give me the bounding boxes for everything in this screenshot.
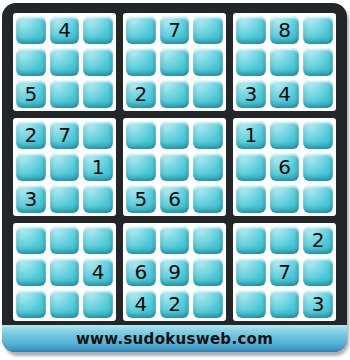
- cell-r6-c1[interactable]: 3: [16, 185, 46, 213]
- cell-r6-c2[interactable]: [50, 185, 80, 213]
- cell-r9-c3[interactable]: [83, 290, 113, 318]
- cell-r2-c6[interactable]: [193, 48, 223, 76]
- cell-r4-c9[interactable]: [303, 121, 333, 149]
- cell-r2-c5[interactable]: [160, 48, 190, 76]
- cell-r2-c7[interactable]: [236, 48, 266, 76]
- box-r2-c3: 16: [233, 118, 336, 216]
- cell-r8-c9[interactable]: [303, 258, 333, 286]
- cell-r1-c8[interactable]: 8: [270, 16, 300, 44]
- cell-r9-c5[interactable]: 2: [160, 290, 190, 318]
- cell-r6-c6[interactable]: [193, 185, 223, 213]
- cell-r3-c4[interactable]: 2: [126, 80, 156, 108]
- box-r1-c1: 45: [13, 13, 116, 111]
- box-r3-c1: 4: [13, 223, 116, 321]
- cell-r1-c4[interactable]: [126, 16, 156, 44]
- cell-r6-c9[interactable]: [303, 185, 333, 213]
- cell-r3-c8[interactable]: 4: [270, 80, 300, 108]
- cell-r9-c9[interactable]: 3: [303, 290, 333, 318]
- cell-r7-c8[interactable]: [270, 226, 300, 254]
- cell-r1-c7[interactable]: [236, 16, 266, 44]
- cell-r8-c7[interactable]: [236, 258, 266, 286]
- cell-r9-c6[interactable]: [193, 290, 223, 318]
- box-r3-c3: 273: [233, 223, 336, 321]
- box-r1-c2: 72: [123, 13, 226, 111]
- cell-r1-c9[interactable]: [303, 16, 333, 44]
- box-r2-c2: 56: [123, 118, 226, 216]
- cell-r4-c8[interactable]: [270, 121, 300, 149]
- cell-r7-c2[interactable]: [50, 226, 80, 254]
- cell-r9-c1[interactable]: [16, 290, 46, 318]
- box-r3-c2: 6942: [123, 223, 226, 321]
- cell-r9-c7[interactable]: [236, 290, 266, 318]
- cell-r9-c4[interactable]: 4: [126, 290, 156, 318]
- cell-r3-c9[interactable]: [303, 80, 333, 108]
- box-r2-c1: 2713: [13, 118, 116, 216]
- cell-r7-c3[interactable]: [83, 226, 113, 254]
- cell-r8-c6[interactable]: [193, 258, 223, 286]
- cell-r9-c2[interactable]: [50, 290, 80, 318]
- cell-r7-c5[interactable]: [160, 226, 190, 254]
- cell-r5-c3[interactable]: 1: [83, 153, 113, 181]
- cell-r9-c8[interactable]: [270, 290, 300, 318]
- site-url-link[interactable]: www.sudokusweb.com: [76, 330, 273, 348]
- cell-r8-c4[interactable]: 6: [126, 258, 156, 286]
- cell-r5-c1[interactable]: [16, 153, 46, 181]
- cell-r2-c1[interactable]: [16, 48, 46, 76]
- cell-r2-c8[interactable]: [270, 48, 300, 76]
- cell-r6-c4[interactable]: 5: [126, 185, 156, 213]
- cell-r7-c6[interactable]: [193, 226, 223, 254]
- cell-r3-c2[interactable]: [50, 80, 80, 108]
- cell-r2-c3[interactable]: [83, 48, 113, 76]
- cell-r1-c3[interactable]: [83, 16, 113, 44]
- sudoku-board: 45728342713561646942273 www.sudokusweb.c…: [2, 3, 347, 352]
- cell-r4-c3[interactable]: [83, 121, 113, 149]
- cell-r2-c4[interactable]: [126, 48, 156, 76]
- cell-r5-c6[interactable]: [193, 153, 223, 181]
- cell-r5-c7[interactable]: [236, 153, 266, 181]
- footer-bar: www.sudokusweb.com: [2, 325, 347, 352]
- cell-r3-c1[interactable]: 5: [16, 80, 46, 108]
- cell-r4-c6[interactable]: [193, 121, 223, 149]
- cell-r3-c6[interactable]: [193, 80, 223, 108]
- cell-r4-c4[interactable]: [126, 121, 156, 149]
- cell-r5-c8[interactable]: 6: [270, 153, 300, 181]
- sudoku-grid: 45728342713561646942273: [13, 13, 336, 321]
- cell-r1-c5[interactable]: 7: [160, 16, 190, 44]
- cell-r5-c2[interactable]: [50, 153, 80, 181]
- cell-r7-c4[interactable]: [126, 226, 156, 254]
- cell-r4-c7[interactable]: 1: [236, 121, 266, 149]
- cell-r1-c1[interactable]: [16, 16, 46, 44]
- cell-r8-c5[interactable]: 9: [160, 258, 190, 286]
- cell-r1-c6[interactable]: [193, 16, 223, 44]
- cell-r6-c7[interactable]: [236, 185, 266, 213]
- cell-r8-c8[interactable]: 7: [270, 258, 300, 286]
- cell-r7-c7[interactable]: [236, 226, 266, 254]
- cell-r7-c9[interactable]: 2: [303, 226, 333, 254]
- cell-r6-c8[interactable]: [270, 185, 300, 213]
- cell-r2-c9[interactable]: [303, 48, 333, 76]
- cell-r7-c1[interactable]: [16, 226, 46, 254]
- cell-r3-c3[interactable]: [83, 80, 113, 108]
- cell-r8-c2[interactable]: [50, 258, 80, 286]
- cell-r6-c3[interactable]: [83, 185, 113, 213]
- cell-r3-c7[interactable]: 3: [236, 80, 266, 108]
- cell-r8-c1[interactable]: [16, 258, 46, 286]
- cell-r4-c1[interactable]: 2: [16, 121, 46, 149]
- cell-r8-c3[interactable]: 4: [83, 258, 113, 286]
- box-r1-c3: 834: [233, 13, 336, 111]
- cell-r6-c5[interactable]: 6: [160, 185, 190, 213]
- cell-r4-c5[interactable]: [160, 121, 190, 149]
- cell-r5-c9[interactable]: [303, 153, 333, 181]
- cell-r5-c4[interactable]: [126, 153, 156, 181]
- cell-r1-c2[interactable]: 4: [50, 16, 80, 44]
- cell-r4-c2[interactable]: 7: [50, 121, 80, 149]
- cell-r3-c5[interactable]: [160, 80, 190, 108]
- cell-r2-c2[interactable]: [50, 48, 80, 76]
- cell-r5-c5[interactable]: [160, 153, 190, 181]
